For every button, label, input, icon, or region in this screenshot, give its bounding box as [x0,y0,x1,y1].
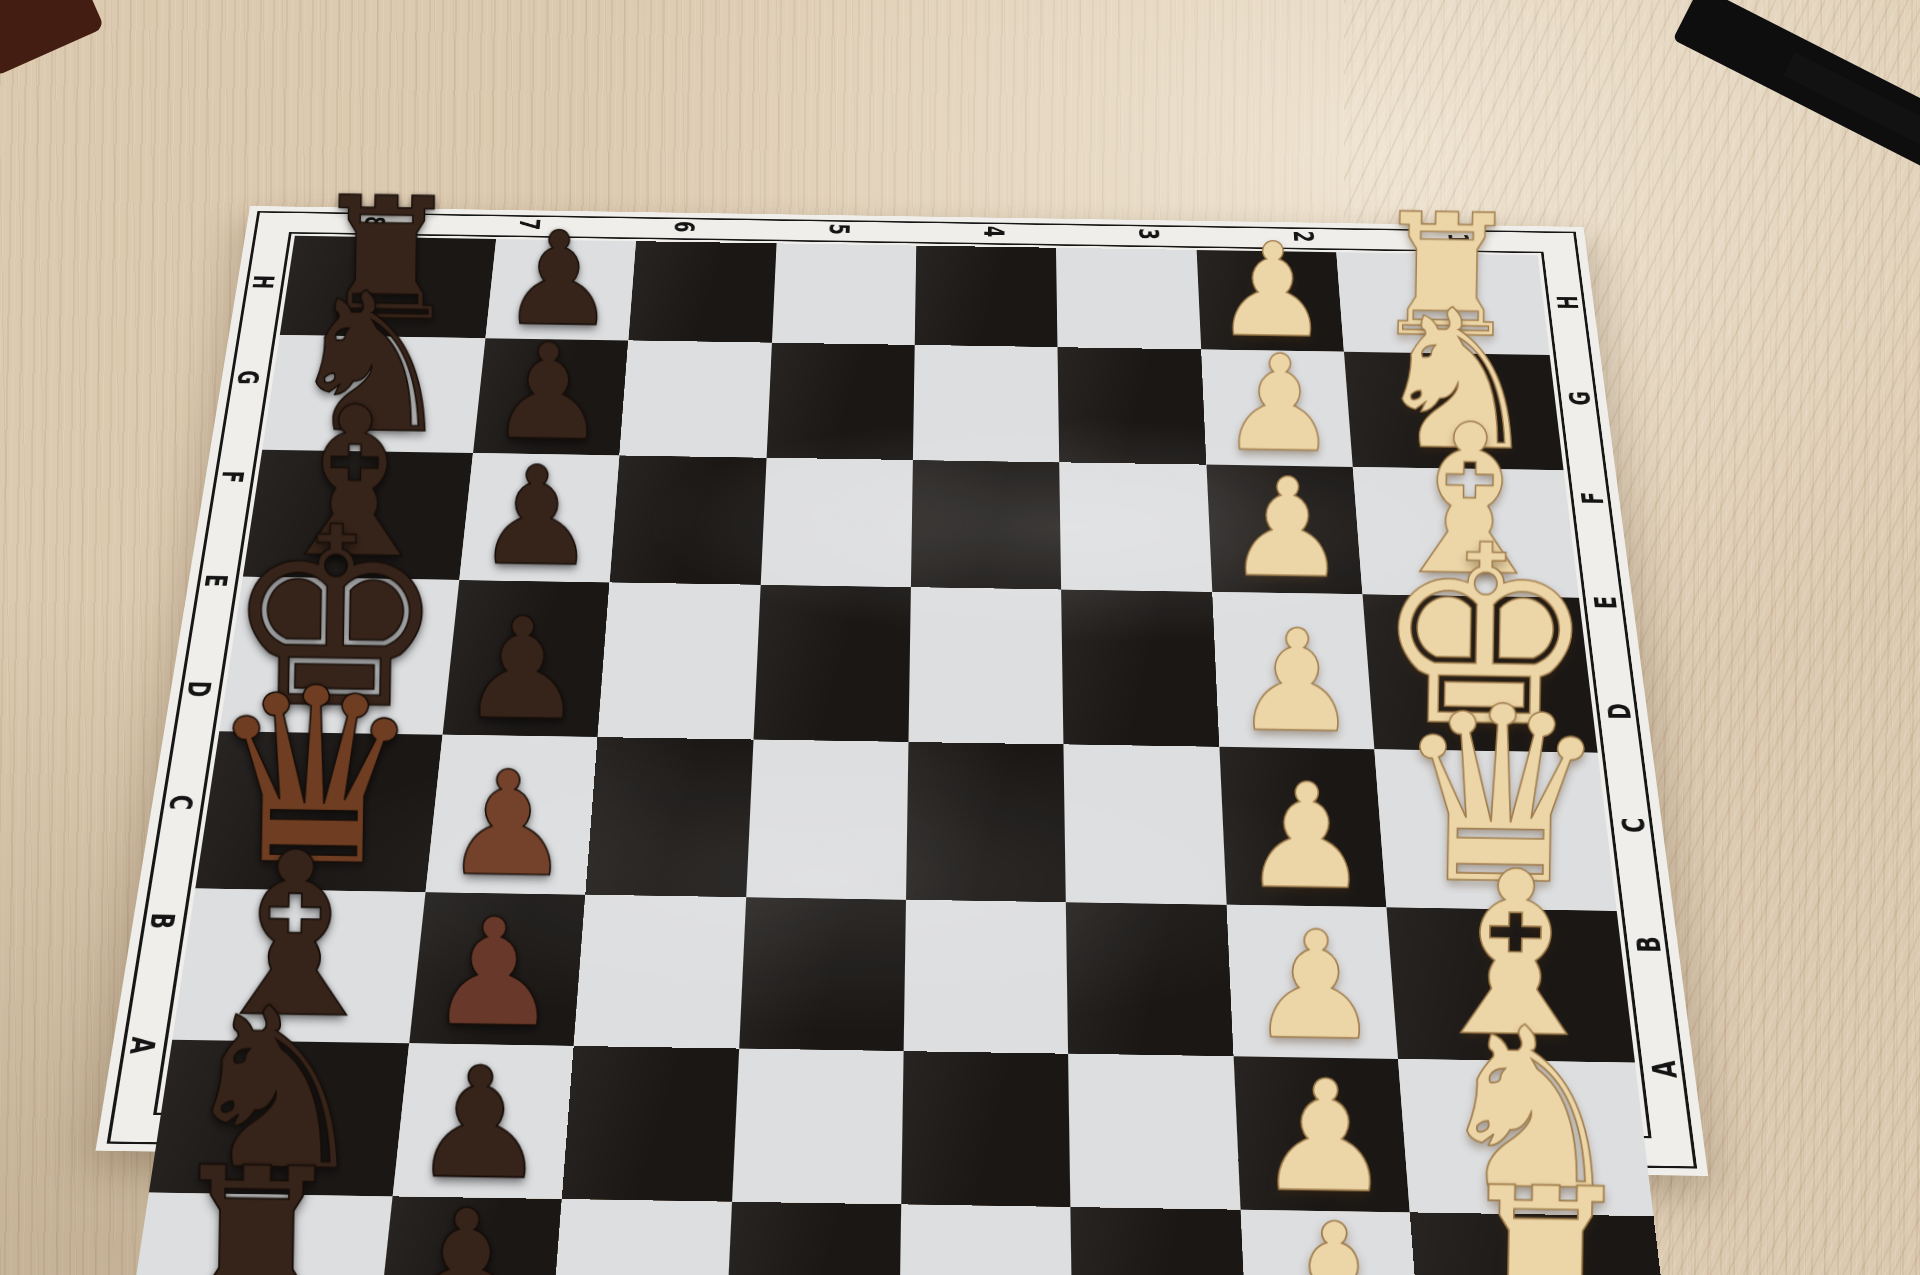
coordinate-label: C [164,794,197,810]
board-tilt: 87654321 87654321 HGFEDCBA HGFEDCBA ♜♟♟♜… [96,206,1709,1176]
square-h2: ♟ [1196,250,1344,352]
square-b6 [562,1046,739,1202]
square-c6 [574,895,746,1049]
square-h4 [915,246,1058,348]
top-label-8: 8 [295,209,453,234]
white-pawn-c2: ♟ [1248,914,1384,1057]
square-h6 [628,241,776,343]
square-e2: ♟ [1212,592,1375,750]
top-rank-labels: 87654321 [295,209,1537,251]
square-a8: ♜ [127,1193,393,1275]
square-c3 [1066,902,1233,1056]
square-d3 [1064,745,1227,905]
square-d6 [586,737,754,897]
black-rook-a8: ♜ [163,1144,350,1275]
square-a2: ♟ [1240,1210,1421,1275]
coordinate-label: A [124,1036,159,1054]
square-c7: ♟ [409,892,586,1046]
right-label-h: H [1544,255,1593,349]
right-label-g: G [1556,349,1606,447]
square-f5 [760,458,913,587]
black-pawn-e7: ♟ [458,602,586,737]
coordinate-label: 6 [670,221,698,233]
right-label-a: A [1636,1005,1695,1133]
square-e6 [598,582,761,740]
square-f2: ♟ [1206,465,1362,594]
coordinate-label: H [1554,295,1584,309]
square-g7: ♟ [473,338,629,455]
square-a7: ♟ [377,1197,562,1275]
square-g5 [766,343,915,460]
top-label-4: 4 [916,219,1071,244]
square-a4 [899,1205,1073,1275]
square-d7: ♟ [425,735,597,895]
left-label-h: H [237,235,289,329]
square-f3 [1060,462,1213,591]
chess-board: 87654321 87654321 HGFEDCBA HGFEDCBA ♜♟♟♜… [96,206,1709,1176]
square-g6 [619,340,771,457]
top-label-5: 5 [761,217,917,242]
square-e7: ♟ [442,580,609,738]
coordinate-label: 7 [515,219,544,231]
white-pawn-f2: ♟ [1225,463,1349,594]
top-label-2: 2 [1226,224,1382,249]
square-e3 [1062,589,1220,747]
coordinate-label: 2 [1289,231,1317,243]
top-label-6: 6 [606,214,762,239]
coordinate-label: 5 [825,223,853,235]
coordinate-label: A [1648,1060,1683,1078]
square-h7: ♟ [485,239,636,340]
coordinate-label: 1 [1444,233,1473,245]
square-g8: ♞ [262,335,485,453]
square-c2: ♟ [1226,905,1398,1059]
square-e5 [753,585,911,743]
coordinate-label: G [1565,391,1595,406]
black-pawn-d7: ♟ [442,755,574,894]
black-pawn-g7: ♟ [488,329,609,457]
square-c4 [904,900,1069,1054]
black-pawn-c7: ♟ [426,902,562,1045]
black-knight-g8: ♞ [284,272,459,457]
square-b4 [901,1051,1071,1207]
coordinate-label: C [1618,817,1651,833]
square-d2: ♟ [1219,747,1386,907]
square-f6 [610,455,767,584]
coordinate-label: G [232,370,263,385]
left-label-g: G [221,329,274,427]
square-h8: ♜ [280,236,496,338]
white-pawn-d2: ♟ [1240,767,1372,906]
square-c5 [739,897,906,1051]
chair-leg [1673,0,1920,176]
white-pawn-g2: ♟ [1219,340,1340,468]
square-h3 [1056,248,1201,350]
square-a3 [1071,1207,1247,1275]
square-h5 [772,243,917,345]
board-scene: 87654321 87654321 HGFEDCBA HGFEDCBA ♜♟♟♜… [169,0,1652,1275]
square-d5 [746,740,909,900]
black-pawn-f7: ♟ [475,452,599,583]
black-rook-h8: ♜ [309,178,463,340]
white-pawn-h2: ♟ [1214,228,1332,353]
dark-red-object [0,0,105,77]
white-pawn-a2: ♟ [1262,1205,1405,1275]
coordinate-label: 3 [1135,228,1163,240]
square-f4 [911,460,1062,589]
square-h1: ♜ [1337,252,1550,355]
square-b5 [732,1049,904,1205]
square-g2: ♟ [1201,349,1353,466]
black-pawn-a7: ♟ [395,1192,538,1275]
coordinate-label: 4 [980,226,1008,238]
square-a6 [551,1199,732,1275]
white-rook-h1: ♜ [1370,195,1524,357]
coordinate-label: H [248,275,278,289]
square-f7: ♟ [459,453,619,582]
coordinate-label: B [145,912,179,929]
top-label-7: 7 [451,212,608,237]
square-g4 [913,345,1060,462]
black-pawn-h7: ♟ [500,217,618,342]
white-knight-g1: ♞ [1370,289,1545,474]
square-g3 [1058,347,1206,464]
white-rook-a1: ♜ [1452,1165,1639,1275]
square-e4 [908,587,1063,745]
square-a5 [725,1202,901,1275]
coordinate-label: 8 [360,216,389,228]
square-g1: ♞ [1344,352,1563,471]
top-label-3: 3 [1071,222,1227,247]
white-pawn-e2: ♟ [1233,614,1361,749]
coordinate-label: B [1632,936,1666,953]
square-a1: ♜ [1410,1213,1671,1275]
top-label-1: 1 [1380,226,1537,251]
square-b3 [1069,1054,1241,1210]
board-grid: ♜♟♟♜♞♟♟♞♝♟♟♝♚♟♟♚♛♟♟♛♝♟♟♝♞♟♟♞♜♟♟♜ [162,236,1644,1133]
square-d4 [906,742,1066,902]
